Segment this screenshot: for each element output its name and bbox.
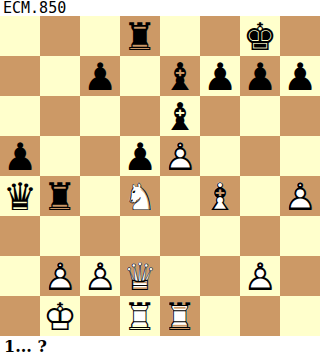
square-a8[interactable]: [0, 16, 40, 56]
square-f3[interactable]: [200, 216, 240, 256]
square-c8[interactable]: [80, 16, 120, 56]
square-g8[interactable]: ♚: [240, 16, 280, 56]
square-f4[interactable]: ♝♗: [200, 176, 240, 216]
square-d6[interactable]: [120, 96, 160, 136]
white-rook-outline: ♖: [120, 296, 160, 336]
square-h8[interactable]: [280, 16, 320, 56]
square-g2[interactable]: ♟♙: [240, 256, 280, 296]
move-prompt: 1... ?: [0, 336, 320, 360]
black-bishop: ♝: [160, 96, 200, 136]
white-queen-outline: ♕: [120, 256, 160, 296]
square-f2[interactable]: [200, 256, 240, 296]
black-rook: ♜: [40, 176, 80, 216]
square-d3[interactable]: [120, 216, 160, 256]
square-g7[interactable]: ♟: [240, 56, 280, 96]
square-b7[interactable]: [40, 56, 80, 96]
square-c2[interactable]: ♟♙: [80, 256, 120, 296]
square-f5[interactable]: [200, 136, 240, 176]
square-e8[interactable]: [160, 16, 200, 56]
square-e3[interactable]: [160, 216, 200, 256]
square-e4[interactable]: [160, 176, 200, 216]
square-b8[interactable]: [40, 16, 80, 56]
square-f6[interactable]: [200, 96, 240, 136]
square-h6[interactable]: [280, 96, 320, 136]
black-pawn: ♟: [280, 56, 320, 96]
square-h5[interactable]: [280, 136, 320, 176]
square-c4[interactable]: [80, 176, 120, 216]
square-f1[interactable]: [200, 296, 240, 336]
square-h1[interactable]: [280, 296, 320, 336]
square-h7[interactable]: ♟: [280, 56, 320, 96]
square-g3[interactable]: [240, 216, 280, 256]
square-d4[interactable]: ♞♘: [120, 176, 160, 216]
white-rook-outline: ♖: [160, 296, 200, 336]
white-pawn-outline: ♙: [240, 256, 280, 296]
square-c1[interactable]: [80, 296, 120, 336]
black-pawn: ♟: [80, 56, 120, 96]
square-f8[interactable]: [200, 16, 240, 56]
square-e1[interactable]: ♜♖: [160, 296, 200, 336]
square-b1[interactable]: ♚♔: [40, 296, 80, 336]
square-d1[interactable]: ♜♖: [120, 296, 160, 336]
square-b3[interactable]: [40, 216, 80, 256]
square-g1[interactable]: [240, 296, 280, 336]
white-pawn-outline: ♙: [40, 256, 80, 296]
black-bishop: ♝: [160, 56, 200, 96]
square-e5[interactable]: ♟♙: [160, 136, 200, 176]
square-c7[interactable]: ♟: [80, 56, 120, 96]
black-pawn: ♟: [200, 56, 240, 96]
black-rook: ♜: [120, 16, 160, 56]
square-a5[interactable]: ♟: [0, 136, 40, 176]
square-e6[interactable]: ♝: [160, 96, 200, 136]
square-a3[interactable]: [0, 216, 40, 256]
square-b5[interactable]: [40, 136, 80, 176]
square-g4[interactable]: [240, 176, 280, 216]
square-b6[interactable]: [40, 96, 80, 136]
square-f7[interactable]: ♟: [200, 56, 240, 96]
square-d8[interactable]: ♜: [120, 16, 160, 56]
square-a4[interactable]: ♛: [0, 176, 40, 216]
square-h2[interactable]: [280, 256, 320, 296]
white-bishop-outline: ♗: [200, 176, 240, 216]
white-knight-outline: ♘: [120, 176, 160, 216]
square-g5[interactable]: [240, 136, 280, 176]
black-king: ♚: [240, 16, 280, 56]
square-a7[interactable]: [0, 56, 40, 96]
square-c6[interactable]: [80, 96, 120, 136]
black-pawn: ♟: [240, 56, 280, 96]
white-king-outline: ♔: [40, 296, 80, 336]
square-d7[interactable]: [120, 56, 160, 96]
square-d5[interactable]: ♟: [120, 136, 160, 176]
square-a6[interactable]: [0, 96, 40, 136]
square-e2[interactable]: [160, 256, 200, 296]
square-b4[interactable]: ♜: [40, 176, 80, 216]
square-b2[interactable]: ♟♙: [40, 256, 80, 296]
white-pawn-outline: ♙: [160, 136, 200, 176]
square-c3[interactable]: [80, 216, 120, 256]
square-h4[interactable]: ♟♙: [280, 176, 320, 216]
square-g6[interactable]: [240, 96, 280, 136]
square-c5[interactable]: [80, 136, 120, 176]
square-e7[interactable]: ♝: [160, 56, 200, 96]
white-pawn-outline: ♙: [80, 256, 120, 296]
black-pawn: ♟: [0, 136, 40, 176]
white-pawn-outline: ♙: [280, 176, 320, 216]
square-a2[interactable]: [0, 256, 40, 296]
black-queen: ♛: [0, 176, 40, 216]
square-d2[interactable]: ♛♕: [120, 256, 160, 296]
black-pawn: ♟: [120, 136, 160, 176]
square-h3[interactable]: [280, 216, 320, 256]
chess-board: ♜♚♟♝♟♟♟♝♟♟♟♙♛♜♞♘♝♗♟♙♟♙♟♙♛♕♟♙♚♔♜♖♜♖: [0, 16, 320, 336]
square-a1[interactable]: [0, 296, 40, 336]
puzzle-id: ECM.850: [0, 0, 320, 16]
